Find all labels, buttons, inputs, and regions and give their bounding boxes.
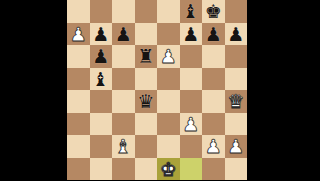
piece-black-pawn[interactable]: ♟ [115, 22, 132, 45]
square-a5[interactable] [67, 68, 90, 91]
square-d2[interactable] [135, 135, 158, 158]
square-h7[interactable]: ♟ [225, 23, 248, 46]
square-b4[interactable] [90, 90, 113, 113]
square-f6[interactable] [180, 45, 203, 68]
square-b2[interactable] [90, 135, 113, 158]
square-a1[interactable] [67, 158, 90, 181]
square-a4[interactable] [67, 90, 90, 113]
square-h8[interactable] [225, 0, 248, 23]
square-f7[interactable]: ♟ [180, 23, 203, 46]
square-f8[interactable]: ♝ [180, 0, 203, 23]
square-a7[interactable]: ♟ [67, 23, 90, 46]
square-a2[interactable] [67, 135, 90, 158]
square-e1[interactable]: ♚ [157, 158, 180, 181]
square-e7[interactable] [157, 23, 180, 46]
square-b6[interactable]: ♟ [90, 45, 113, 68]
piece-black-queen[interactable]: ♛ [137, 90, 154, 113]
square-e4[interactable] [157, 90, 180, 113]
square-g4[interactable] [202, 90, 225, 113]
square-d8[interactable] [135, 0, 158, 23]
piece-black-pawn[interactable]: ♟ [182, 22, 199, 45]
piece-black-pawn[interactable]: ♟ [92, 45, 109, 68]
piece-white-pawn[interactable]: ♟ [70, 22, 87, 45]
square-d4[interactable]: ♛ [135, 90, 158, 113]
square-e6[interactable]: ♟ [157, 45, 180, 68]
square-a6[interactable] [67, 45, 90, 68]
piece-white-queen[interactable]: ♛ [227, 90, 244, 113]
piece-white-bishop[interactable]: ♝ [115, 135, 132, 158]
piece-white-pawn[interactable]: ♟ [205, 135, 222, 158]
square-c8[interactable] [112, 0, 135, 23]
square-c3[interactable] [112, 113, 135, 136]
square-h2[interactable]: ♟ [225, 135, 248, 158]
square-g5[interactable] [202, 68, 225, 91]
square-e3[interactable] [157, 113, 180, 136]
square-d6[interactable]: ♜ [135, 45, 158, 68]
square-c6[interactable] [112, 45, 135, 68]
piece-black-bishop[interactable]: ♝ [92, 67, 109, 90]
square-f3[interactable]: ♟ [180, 113, 203, 136]
square-b7[interactable]: ♟ [90, 23, 113, 46]
square-a3[interactable] [67, 113, 90, 136]
square-g1[interactable] [202, 158, 225, 181]
square-c4[interactable] [112, 90, 135, 113]
square-c5[interactable] [112, 68, 135, 91]
square-d7[interactable] [135, 23, 158, 46]
square-c1[interactable] [112, 158, 135, 181]
square-g6[interactable] [202, 45, 225, 68]
piece-white-pawn[interactable]: ♟ [160, 45, 177, 68]
square-d5[interactable] [135, 68, 158, 91]
square-b5[interactable]: ♝ [90, 68, 113, 91]
square-c7[interactable]: ♟ [112, 23, 135, 46]
square-f1[interactable] [180, 158, 203, 181]
square-g3[interactable] [202, 113, 225, 136]
square-b1[interactable] [90, 158, 113, 181]
piece-white-king[interactable]: ♚ [160, 157, 177, 180]
letterbox-background: ♝♚♟♟♟♟♟♟♟♜♟♝♛♛♟♝♟♟♚ [0, 0, 320, 180]
square-d1[interactable] [135, 158, 158, 181]
square-h6[interactable] [225, 45, 248, 68]
square-f4[interactable] [180, 90, 203, 113]
piece-white-pawn[interactable]: ♟ [182, 112, 199, 135]
square-e8[interactable] [157, 0, 180, 23]
piece-black-pawn[interactable]: ♟ [227, 22, 244, 45]
square-e2[interactable] [157, 135, 180, 158]
square-f2[interactable] [180, 135, 203, 158]
square-a8[interactable] [67, 0, 90, 23]
piece-white-pawn[interactable]: ♟ [227, 135, 244, 158]
piece-black-bishop[interactable]: ♝ [182, 0, 199, 22]
square-b8[interactable] [90, 0, 113, 23]
square-g2[interactable]: ♟ [202, 135, 225, 158]
piece-black-pawn[interactable]: ♟ [205, 22, 222, 45]
chess-board: ♝♚♟♟♟♟♟♟♟♜♟♝♛♛♟♝♟♟♚ [67, 0, 247, 180]
square-g8[interactable]: ♚ [202, 0, 225, 23]
square-b3[interactable] [90, 113, 113, 136]
piece-black-king[interactable]: ♚ [205, 0, 222, 22]
square-h1[interactable] [225, 158, 248, 181]
square-h4[interactable]: ♛ [225, 90, 248, 113]
square-h5[interactable] [225, 68, 248, 91]
piece-black-rook[interactable]: ♜ [137, 45, 154, 68]
square-e5[interactable] [157, 68, 180, 91]
square-d3[interactable] [135, 113, 158, 136]
square-f5[interactable] [180, 68, 203, 91]
square-g7[interactable]: ♟ [202, 23, 225, 46]
square-c2[interactable]: ♝ [112, 135, 135, 158]
piece-black-pawn[interactable]: ♟ [92, 22, 109, 45]
square-h3[interactable] [225, 113, 248, 136]
